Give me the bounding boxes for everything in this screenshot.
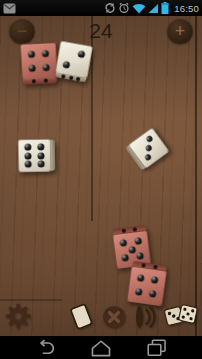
home-icon (89, 339, 113, 357)
die-pip (146, 135, 154, 143)
sync-icon (104, 2, 116, 14)
die-red-4[interactable] (20, 42, 58, 86)
die-pip (135, 237, 143, 245)
die-pip (25, 144, 32, 151)
die-edge-pip (43, 79, 47, 83)
settings-button[interactable] (5, 303, 31, 332)
die-pip (128, 246, 136, 254)
status-bar: 16:50 (0, 0, 202, 16)
recents-icon (145, 339, 168, 357)
die-pip (37, 160, 44, 167)
die-face (18, 139, 52, 173)
die-pip (151, 276, 159, 284)
die-face (126, 266, 167, 307)
blank-die-icon (68, 301, 95, 333)
gear-icon (5, 303, 31, 329)
alarm-icon (118, 2, 130, 14)
die-pip (25, 160, 32, 167)
status-clock: 16:50 (174, 3, 199, 14)
shake-button[interactable] (68, 301, 95, 336)
back-button[interactable] (34, 339, 57, 357)
die-pip (37, 152, 44, 159)
die-pip (149, 290, 157, 298)
die-pip (42, 49, 49, 56)
die-face (20, 42, 58, 80)
die-pip (134, 288, 142, 296)
die-pip (25, 152, 32, 159)
die-pip (37, 144, 44, 151)
die-pip (136, 274, 144, 282)
die-edge-pip (32, 79, 36, 83)
sound-button[interactable] (130, 304, 158, 333)
back-icon (34, 339, 57, 357)
roll-dice-button[interactable] (162, 301, 198, 336)
phone-screen: 16:50 24 − + (0, 0, 202, 359)
die-pip (27, 50, 34, 57)
die-pip (121, 254, 129, 262)
die-pip (78, 50, 86, 58)
die-pip (62, 61, 70, 69)
dice-pair-icon (162, 301, 198, 333)
speaker-icon (130, 304, 158, 330)
wifi-icon (132, 3, 146, 14)
die-pip (143, 153, 151, 161)
die-pip (28, 65, 35, 72)
dice-layer (0, 16, 202, 336)
email-notification-icon (3, 3, 16, 14)
die-white-3[interactable] (125, 127, 171, 172)
die-face (128, 127, 170, 169)
die-white-2[interactable] (54, 40, 93, 83)
die-pip (145, 144, 153, 152)
die-white-6[interactable] (18, 139, 57, 173)
battery-icon (161, 2, 169, 14)
die-face (55, 40, 93, 78)
close-icon (101, 304, 127, 330)
navigation-bar (0, 336, 202, 359)
signal-icon (148, 3, 159, 14)
clear-button[interactable] (101, 304, 127, 333)
die-pip (43, 64, 50, 71)
recents-button[interactable] (145, 339, 168, 357)
game-board: 24 − + (0, 16, 202, 336)
home-button[interactable] (89, 339, 113, 357)
die-pip (137, 252, 145, 260)
die-pip (119, 239, 127, 247)
